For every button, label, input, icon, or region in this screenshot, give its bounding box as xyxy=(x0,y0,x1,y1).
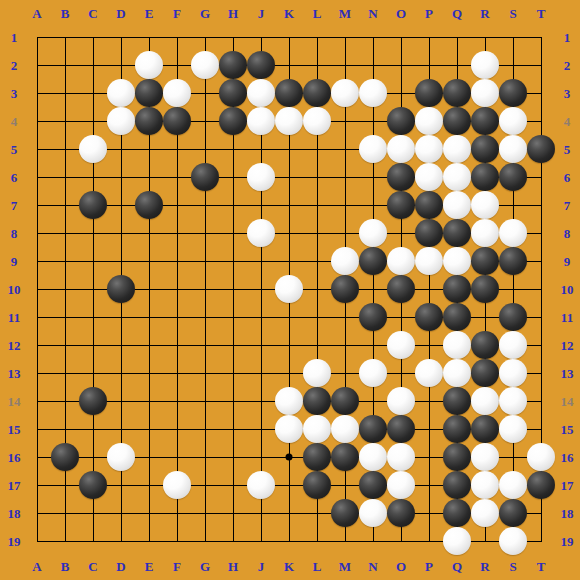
white-stone[interactable] xyxy=(387,247,415,275)
column-label-bottom: T xyxy=(537,560,546,573)
black-stone[interactable] xyxy=(527,471,555,499)
white-stone[interactable] xyxy=(163,79,191,107)
column-label-bottom: A xyxy=(32,560,41,573)
white-stone[interactable] xyxy=(471,51,499,79)
black-stone[interactable] xyxy=(79,191,107,219)
black-stone[interactable] xyxy=(247,51,275,79)
row-label-right: 12 xyxy=(561,339,574,352)
black-stone[interactable] xyxy=(359,415,387,443)
row-label-left: 17 xyxy=(8,479,21,492)
column-label-top: F xyxy=(173,7,181,20)
white-stone[interactable] xyxy=(471,387,499,415)
white-stone[interactable] xyxy=(387,135,415,163)
white-stone[interactable] xyxy=(415,247,443,275)
white-stone[interactable] xyxy=(471,79,499,107)
column-label-top: Q xyxy=(452,7,462,20)
column-label-top: E xyxy=(145,7,154,20)
white-stone[interactable] xyxy=(387,387,415,415)
row-label-left: 15 xyxy=(8,423,21,436)
column-label-top: J xyxy=(258,7,265,20)
column-label-bottom: E xyxy=(145,560,154,573)
white-stone[interactable] xyxy=(443,247,471,275)
white-stone[interactable] xyxy=(79,135,107,163)
white-stone[interactable] xyxy=(499,331,527,359)
column-label-top: A xyxy=(32,7,41,20)
black-stone[interactable] xyxy=(443,499,471,527)
column-label-top: S xyxy=(509,7,516,20)
row-label-right: 11 xyxy=(561,311,573,324)
black-stone[interactable] xyxy=(499,247,527,275)
white-stone[interactable] xyxy=(443,135,471,163)
column-label-top: B xyxy=(61,7,70,20)
column-label-bottom: Q xyxy=(452,560,462,573)
black-stone[interactable] xyxy=(387,275,415,303)
black-stone[interactable] xyxy=(443,275,471,303)
black-stone[interactable] xyxy=(331,387,359,415)
black-stone[interactable] xyxy=(471,415,499,443)
black-stone[interactable] xyxy=(499,163,527,191)
white-stone[interactable] xyxy=(471,443,499,471)
white-stone[interactable] xyxy=(247,107,275,135)
white-stone[interactable] xyxy=(331,79,359,107)
column-label-top: T xyxy=(537,7,546,20)
column-label-bottom: H xyxy=(228,560,238,573)
row-label-right: 5 xyxy=(564,143,571,156)
black-stone[interactable] xyxy=(135,191,163,219)
row-label-left: 3 xyxy=(11,87,18,100)
column-label-top: R xyxy=(480,7,489,20)
black-stone[interactable] xyxy=(387,107,415,135)
white-stone[interactable] xyxy=(415,107,443,135)
row-label-right: 1 xyxy=(564,31,571,44)
row-label-left: 14 xyxy=(8,395,21,408)
column-label-top: M xyxy=(339,7,351,20)
row-label-left: 19 xyxy=(8,535,21,548)
white-stone[interactable] xyxy=(415,163,443,191)
column-label-top: H xyxy=(228,7,238,20)
white-stone[interactable] xyxy=(499,359,527,387)
black-stone[interactable] xyxy=(219,79,247,107)
row-label-left: 2 xyxy=(11,59,18,72)
column-label-bottom: C xyxy=(88,560,97,573)
row-label-right: 18 xyxy=(561,507,574,520)
column-label-top: D xyxy=(116,7,125,20)
column-label-bottom: P xyxy=(425,560,433,573)
row-label-right: 3 xyxy=(564,87,571,100)
white-stone[interactable] xyxy=(107,107,135,135)
row-label-right: 19 xyxy=(561,535,574,548)
row-label-left: 5 xyxy=(11,143,18,156)
black-stone[interactable] xyxy=(331,443,359,471)
white-stone[interactable] xyxy=(191,51,219,79)
black-stone[interactable] xyxy=(499,303,527,331)
black-stone[interactable] xyxy=(359,471,387,499)
white-stone[interactable] xyxy=(471,499,499,527)
white-stone[interactable] xyxy=(471,219,499,247)
row-label-left: 10 xyxy=(8,283,21,296)
black-stone[interactable] xyxy=(499,79,527,107)
row-label-left: 1 xyxy=(11,31,18,44)
row-label-right: 7 xyxy=(564,199,571,212)
row-label-left: 13 xyxy=(8,367,21,380)
row-label-right: 14 xyxy=(561,395,574,408)
white-stone[interactable] xyxy=(247,219,275,247)
white-stone[interactable] xyxy=(359,443,387,471)
black-stone[interactable] xyxy=(303,443,331,471)
white-stone[interactable] xyxy=(331,415,359,443)
black-stone[interactable] xyxy=(415,303,443,331)
white-stone[interactable] xyxy=(135,51,163,79)
black-stone[interactable] xyxy=(331,275,359,303)
black-stone[interactable] xyxy=(219,51,247,79)
black-stone[interactable] xyxy=(303,387,331,415)
column-label-bottom: S xyxy=(509,560,516,573)
white-stone[interactable] xyxy=(471,191,499,219)
white-stone[interactable] xyxy=(275,275,303,303)
white-stone[interactable] xyxy=(247,163,275,191)
white-stone[interactable] xyxy=(499,527,527,555)
row-label-right: 15 xyxy=(561,423,574,436)
white-stone[interactable] xyxy=(415,359,443,387)
column-label-bottom: N xyxy=(368,560,377,573)
row-label-left: 8 xyxy=(11,227,18,240)
black-stone[interactable] xyxy=(415,79,443,107)
black-stone[interactable] xyxy=(387,163,415,191)
white-stone[interactable] xyxy=(499,107,527,135)
row-label-right: 17 xyxy=(561,479,574,492)
white-stone[interactable] xyxy=(359,219,387,247)
white-stone[interactable] xyxy=(471,471,499,499)
column-label-top: L xyxy=(313,7,322,20)
black-stone[interactable] xyxy=(135,107,163,135)
white-stone[interactable] xyxy=(247,471,275,499)
black-stone[interactable] xyxy=(415,191,443,219)
row-label-right: 8 xyxy=(564,227,571,240)
black-stone[interactable] xyxy=(471,135,499,163)
black-stone[interactable] xyxy=(219,107,247,135)
column-label-bottom: F xyxy=(173,560,181,573)
column-label-top: P xyxy=(425,7,433,20)
white-stone[interactable] xyxy=(443,163,471,191)
black-stone[interactable] xyxy=(303,471,331,499)
black-stone[interactable] xyxy=(387,191,415,219)
white-stone[interactable] xyxy=(359,135,387,163)
black-stone[interactable] xyxy=(443,415,471,443)
white-stone[interactable] xyxy=(387,443,415,471)
black-stone[interactable] xyxy=(79,387,107,415)
black-stone[interactable] xyxy=(471,275,499,303)
column-label-bottom: D xyxy=(116,560,125,573)
white-stone[interactable] xyxy=(443,331,471,359)
white-stone[interactable] xyxy=(499,219,527,247)
row-label-left: 6 xyxy=(11,171,18,184)
column-label-bottom: R xyxy=(480,560,489,573)
row-label-left: 18 xyxy=(8,507,21,520)
black-stone[interactable] xyxy=(387,415,415,443)
white-stone[interactable] xyxy=(275,415,303,443)
white-stone[interactable] xyxy=(527,443,555,471)
white-stone[interactable] xyxy=(247,79,275,107)
black-stone[interactable] xyxy=(331,499,359,527)
white-stone[interactable] xyxy=(499,135,527,163)
column-label-top: G xyxy=(200,7,210,20)
row-label-right: 9 xyxy=(564,255,571,268)
white-stone[interactable] xyxy=(499,471,527,499)
white-stone[interactable] xyxy=(359,499,387,527)
row-label-right: 6 xyxy=(564,171,571,184)
white-stone[interactable] xyxy=(443,191,471,219)
row-label-left: 7 xyxy=(11,199,18,212)
black-stone[interactable] xyxy=(107,275,135,303)
white-stone[interactable] xyxy=(331,247,359,275)
row-label-right: 10 xyxy=(561,283,574,296)
row-label-left: 16 xyxy=(8,451,21,464)
black-stone[interactable] xyxy=(471,331,499,359)
black-stone[interactable] xyxy=(191,163,219,191)
column-label-bottom: B xyxy=(61,560,70,573)
black-stone[interactable] xyxy=(359,247,387,275)
goban[interactable]: AABBCCDDEEFFGGHHJJKKLLMMNNOOPPQQRRSSTT11… xyxy=(0,0,580,580)
column-label-bottom: O xyxy=(396,560,406,573)
black-stone[interactable] xyxy=(499,499,527,527)
row-label-right: 4 xyxy=(564,115,571,128)
column-label-bottom: M xyxy=(339,560,351,573)
column-label-bottom: G xyxy=(200,560,210,573)
black-stone[interactable] xyxy=(443,107,471,135)
white-stone[interactable] xyxy=(387,331,415,359)
column-label-bottom: K xyxy=(284,560,294,573)
black-stone[interactable] xyxy=(303,79,331,107)
black-stone[interactable] xyxy=(415,219,443,247)
black-stone[interactable] xyxy=(79,471,107,499)
column-label-top: N xyxy=(368,7,377,20)
black-stone[interactable] xyxy=(471,107,499,135)
white-stone[interactable] xyxy=(163,471,191,499)
white-stone[interactable] xyxy=(275,107,303,135)
column-label-bottom: J xyxy=(258,560,265,573)
row-label-right: 2 xyxy=(564,59,571,72)
white-stone[interactable] xyxy=(499,387,527,415)
white-stone[interactable] xyxy=(303,415,331,443)
white-stone[interactable] xyxy=(443,527,471,555)
white-stone[interactable] xyxy=(387,471,415,499)
black-stone[interactable] xyxy=(471,359,499,387)
row-label-left: 9 xyxy=(11,255,18,268)
black-stone[interactable] xyxy=(443,471,471,499)
white-stone[interactable] xyxy=(359,359,387,387)
row-label-left: 4 xyxy=(11,115,18,128)
column-label-top: O xyxy=(396,7,406,20)
white-stone[interactable] xyxy=(107,79,135,107)
star-point xyxy=(286,454,293,461)
white-stone[interactable] xyxy=(499,415,527,443)
black-stone[interactable] xyxy=(135,79,163,107)
white-stone[interactable] xyxy=(275,387,303,415)
black-stone[interactable] xyxy=(443,303,471,331)
column-label-top: C xyxy=(88,7,97,20)
white-stone[interactable] xyxy=(443,359,471,387)
black-stone[interactable] xyxy=(443,443,471,471)
black-stone[interactable] xyxy=(275,79,303,107)
black-stone[interactable] xyxy=(443,387,471,415)
black-stone[interactable] xyxy=(471,247,499,275)
row-label-right: 16 xyxy=(561,451,574,464)
black-stone[interactable] xyxy=(387,499,415,527)
white-stone[interactable] xyxy=(415,135,443,163)
black-stone[interactable] xyxy=(471,163,499,191)
column-label-bottom: L xyxy=(313,560,322,573)
black-stone[interactable] xyxy=(443,219,471,247)
go-board-screenshot: { "game": "Go (19x19)", "board": { "size… xyxy=(0,0,580,580)
row-label-right: 13 xyxy=(561,367,574,380)
white-stone[interactable] xyxy=(303,107,331,135)
black-stone[interactable] xyxy=(359,303,387,331)
black-stone[interactable] xyxy=(163,107,191,135)
column-label-top: K xyxy=(284,7,294,20)
white-stone[interactable] xyxy=(359,79,387,107)
black-stone[interactable] xyxy=(51,443,79,471)
black-stone[interactable] xyxy=(443,79,471,107)
white-stone[interactable] xyxy=(107,443,135,471)
white-stone[interactable] xyxy=(303,359,331,387)
row-label-left: 12 xyxy=(8,339,21,352)
row-label-left: 11 xyxy=(8,311,20,324)
black-stone[interactable] xyxy=(527,135,555,163)
